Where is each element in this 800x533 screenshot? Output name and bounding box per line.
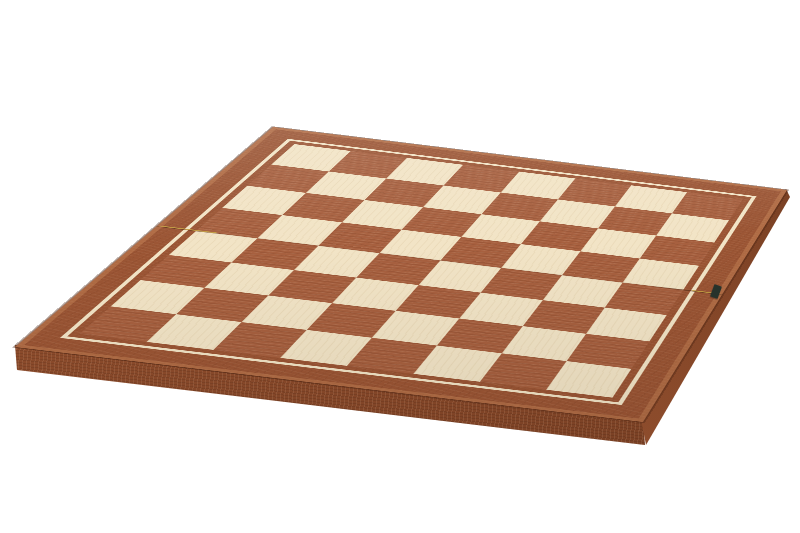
playing-area xyxy=(80,144,743,398)
photo-backdrop xyxy=(0,0,800,533)
